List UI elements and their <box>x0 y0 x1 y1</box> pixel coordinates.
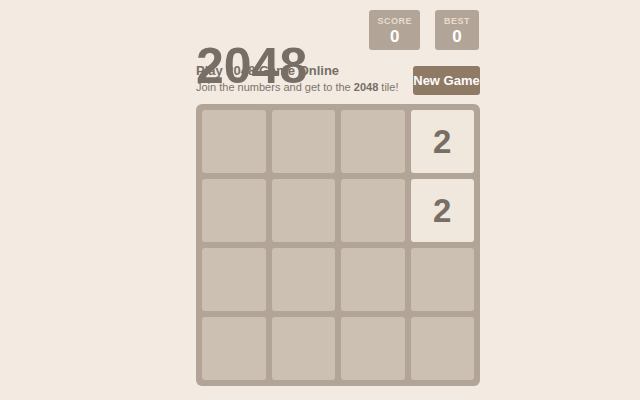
board-grid[interactable]: 22 <box>196 104 480 386</box>
cell-r4c2 <box>272 317 336 380</box>
score-box: SCORE 0 <box>369 10 420 50</box>
cell-r2c1 <box>202 179 266 242</box>
intro-tagline: Join the numbers and get to the 2048 til… <box>196 81 406 94</box>
score-label: SCORE <box>377 16 412 26</box>
cell-r1c3 <box>341 110 405 173</box>
tile-2-r1c4: 2 <box>411 110 475 173</box>
intro-block: Play 2048 Game Online Join the numbers a… <box>196 63 406 94</box>
best-label: BEST <box>443 16 471 26</box>
cell-r3c2 <box>272 248 336 311</box>
cell-r2c2 <box>272 179 336 242</box>
cell-r4c4 <box>411 317 475 380</box>
cell-r2c3 <box>341 179 405 242</box>
new-game-button[interactable]: New Game <box>413 66 480 95</box>
tagline-prefix: Join the numbers and get to the <box>196 81 354 93</box>
scores-container: SCORE 0 BEST 0 <box>369 10 479 50</box>
game-container: 2048 SCORE 0 BEST 0 Play 2048 Game Onlin… <box>196 0 480 400</box>
cell-r4c1 <box>202 317 266 380</box>
cell-r1c1 <box>202 110 266 173</box>
cell-r3c1 <box>202 248 266 311</box>
page-background: 2048 SCORE 0 BEST 0 Play 2048 Game Onlin… <box>0 0 640 400</box>
cell-r3c3 <box>341 248 405 311</box>
best-box: BEST 0 <box>435 10 479 50</box>
intro-heading: Play 2048 Game Online <box>196 63 406 78</box>
tile-2-r2c4: 2 <box>411 179 475 242</box>
cell-r3c4 <box>411 248 475 311</box>
tagline-goal: 2048 <box>354 81 378 93</box>
tagline-suffix: tile! <box>378 81 398 93</box>
cell-r1c2 <box>272 110 336 173</box>
best-value: 0 <box>443 26 471 47</box>
cell-r4c3 <box>341 317 405 380</box>
score-value: 0 <box>377 26 412 47</box>
